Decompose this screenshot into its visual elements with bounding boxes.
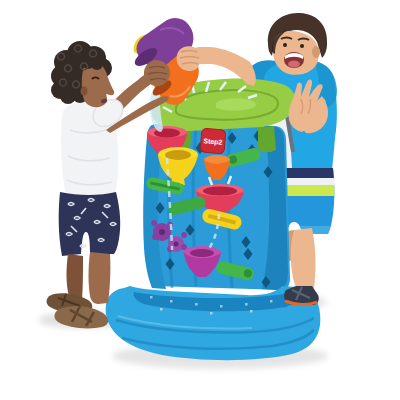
boat-funnel-inner	[203, 187, 237, 196]
magenta-cup-inner	[190, 249, 214, 257]
gear-1-hub	[159, 229, 165, 235]
boy-right-eye	[300, 44, 304, 48]
tray-inner-highlight	[216, 98, 256, 110]
toddler-front-curl-2	[91, 58, 103, 70]
toddler-front-leg	[89, 252, 111, 304]
product-photo: Step2	[0, 0, 400, 400]
boy-tongue	[288, 61, 300, 68]
gear-2-hub	[174, 242, 179, 247]
boy-right-leg	[291, 228, 316, 290]
toddler-rear-leg	[67, 254, 84, 300]
yellow-cup-inner	[165, 150, 191, 160]
boy-left-eye	[283, 43, 287, 47]
boy-ear	[312, 46, 320, 58]
toddler-ear	[81, 87, 88, 96]
scene-svg: Step2	[0, 0, 400, 400]
step2-logo: Step2	[200, 128, 226, 154]
